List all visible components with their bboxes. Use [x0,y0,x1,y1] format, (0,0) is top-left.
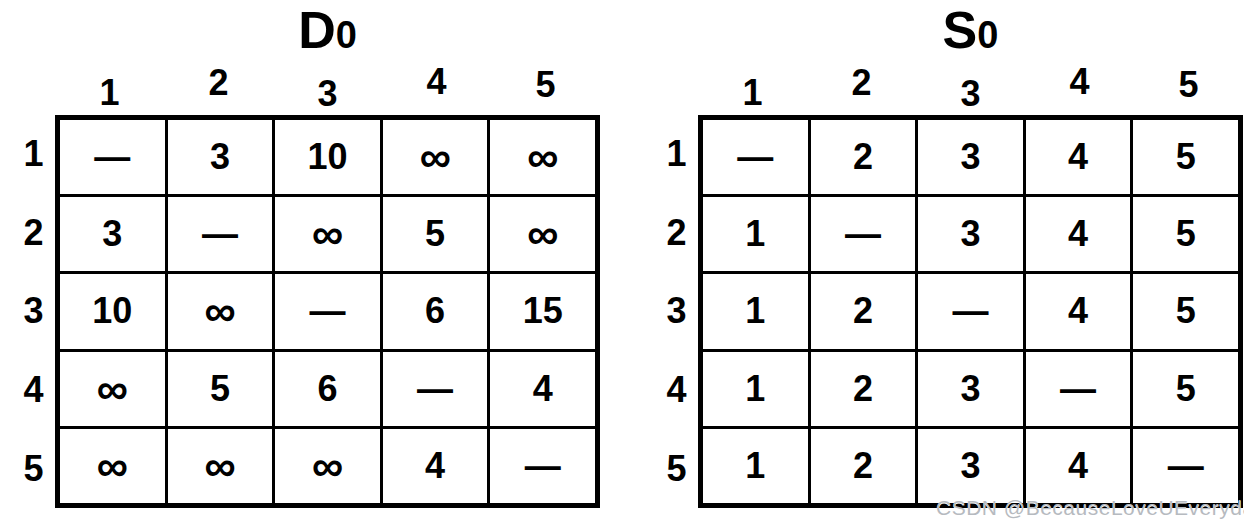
s0-col-label-2: 2 [851,62,871,104]
matrix-s0-grid: — 2 3 4 5 1 — 3 4 5 1 2 — 4 5 1 2 3 — 5 … [698,115,1243,508]
s0-cell-r2c2: — [811,197,916,271]
s0-cell-r5c4: 4 [1026,429,1131,503]
d0-row-label-3: 3 [23,290,43,332]
d0-col-label-3: 3 [317,73,337,115]
d0-cell-r5c3: ∞ [275,429,380,503]
matrix-d0-row-labels: 1 2 3 4 5 [12,115,55,508]
d0-cell-r1c2: 3 [168,120,273,194]
s0-cell-r4c1: 1 [703,352,808,426]
s0-cell-r3c1: 1 [703,274,808,348]
s0-cell-r5c3: 3 [918,429,1023,503]
s0-cell-r2c1: 1 [703,197,808,271]
d0-cell-r1c5: ∞ [490,120,595,194]
d0-cell-r3c4: 6 [383,274,488,348]
d0-col-label-1: 1 [99,72,119,114]
d0-cell-r3c5: 15 [490,274,595,348]
s0-cell-r1c5: 5 [1133,120,1238,194]
d0-cell-r2c3: ∞ [275,197,380,271]
d0-cell-r3c3: — [275,274,380,348]
matrix-d0-column-headers: 1 2 3 4 5 [55,58,600,115]
matrix-d0-title-subscript: 0 [336,14,357,56]
csdn-watermark: CSDN @BecauseLoveUEveryday [936,496,1244,520]
d0-cell-r3c2: ∞ [168,274,273,348]
d0-col-label-5: 5 [535,64,555,106]
s0-cell-r4c3: 3 [918,352,1023,426]
matrix-s0-title-subscript: 0 [977,14,998,56]
s0-col-label-5: 5 [1178,64,1198,106]
d0-cell-r4c2: 5 [168,352,273,426]
s0-cell-r3c4: 4 [1026,274,1131,348]
d0-cell-r2c4: 5 [383,197,488,271]
d0-row-label-1: 1 [23,133,43,175]
s0-row-label-2: 2 [666,212,686,254]
d0-cell-r1c4: ∞ [383,120,488,194]
s0-cell-r3c5: 5 [1133,274,1238,348]
d0-cell-r1c1: — [60,120,165,194]
matrix-s0-row-labels: 1 2 3 4 5 [655,115,698,508]
d0-cell-r1c3: 10 [275,120,380,194]
matrix-s0-body: 1 2 3 4 5 — 2 3 4 5 1 — 3 4 5 1 2 — 4 5 … [655,115,1243,508]
matrix-d0: D0 1 2 3 4 5 1 2 3 4 5 — 3 10 ∞ ∞ 3 — ∞ … [12,2,600,508]
d0-cell-r2c2: — [168,197,273,271]
d0-cell-r4c5: 4 [490,352,595,426]
s0-cell-r1c2: 2 [811,120,916,194]
d0-col-label-2: 2 [208,62,228,104]
s0-cell-r4c5: 5 [1133,352,1238,426]
d0-cell-r4c3: 6 [275,352,380,426]
s0-col-label-1: 1 [742,72,762,114]
s0-cell-r1c1: — [703,120,808,194]
s0-row-label-3: 3 [666,290,686,332]
d0-cell-r5c1: ∞ [60,429,165,503]
s0-cell-r4c4: — [1026,352,1131,426]
matrix-d0-grid: — 3 10 ∞ ∞ 3 — ∞ 5 ∞ 10 ∞ — 6 15 ∞ 5 6 —… [55,115,600,508]
s0-cell-r5c5: — [1133,429,1238,503]
s0-cell-r4c2: 2 [811,352,916,426]
matrix-s0: S0 1 2 3 4 5 1 2 3 4 5 — 2 3 4 5 1 — 3 4… [655,2,1243,508]
d0-cell-r3c1: 10 [60,274,165,348]
s0-cell-r3c2: 2 [811,274,916,348]
d0-col-label-4: 4 [426,61,446,103]
d0-row-label-2: 2 [23,212,43,254]
matrix-d0-title-letter: D [298,1,336,59]
matrix-s0-title: S0 [698,2,1243,58]
d0-row-label-4: 4 [23,369,43,411]
d0-cell-r4c1: ∞ [60,352,165,426]
d0-row-label-5: 5 [23,448,43,490]
s0-cell-r2c4: 4 [1026,197,1131,271]
s0-row-label-4: 4 [666,369,686,411]
s0-row-label-1: 1 [666,133,686,175]
s0-cell-r2c5: 5 [1133,197,1238,271]
s0-col-label-4: 4 [1069,61,1089,103]
matrix-d0-body: 1 2 3 4 5 — 3 10 ∞ ∞ 3 — ∞ 5 ∞ 10 ∞ — 6 … [12,115,600,508]
d0-cell-r2c5: ∞ [490,197,595,271]
d0-cell-r4c4: — [383,352,488,426]
s0-cell-r3c3: — [918,274,1023,348]
matrix-d0-title: D0 [55,2,600,58]
s0-cell-r1c4: 4 [1026,120,1131,194]
s0-cell-r5c2: 2 [811,429,916,503]
s0-cell-r1c3: 3 [918,120,1023,194]
s0-cell-r5c1: 1 [703,429,808,503]
d0-cell-r5c4: 4 [383,429,488,503]
s0-cell-r2c3: 3 [918,197,1023,271]
matrix-s0-column-headers: 1 2 3 4 5 [698,58,1243,115]
s0-col-label-3: 3 [960,73,980,115]
d0-cell-r5c5: — [490,429,595,503]
d0-cell-r5c2: ∞ [168,429,273,503]
d0-cell-r2c1: 3 [60,197,165,271]
s0-row-label-5: 5 [666,448,686,490]
matrix-s0-title-letter: S [943,1,978,59]
